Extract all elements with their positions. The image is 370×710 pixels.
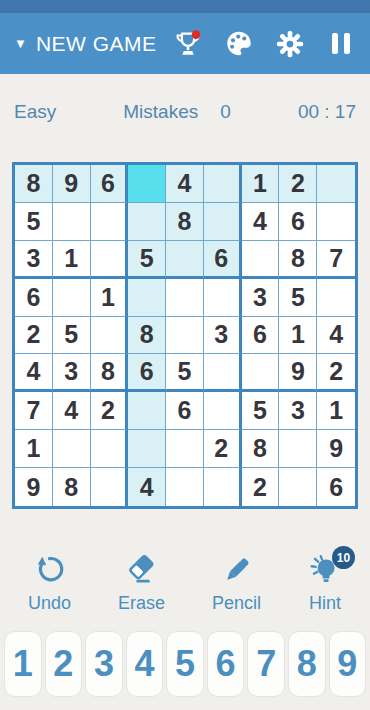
sudoku-cell-r3c3[interactable] bbox=[91, 241, 129, 279]
pencil-label: Pencil bbox=[212, 593, 261, 614]
sudoku-cell-r6c6[interactable] bbox=[204, 354, 242, 392]
mistakes-label: Mistakes bbox=[123, 101, 198, 123]
sudoku-cell-r9c2[interactable]: 8 bbox=[53, 468, 91, 506]
sudoku-cell-r2c7[interactable]: 4 bbox=[242, 203, 280, 241]
sudoku-cell-r3c4[interactable]: 5 bbox=[128, 241, 166, 279]
sudoku-cell-r4c2[interactable] bbox=[53, 279, 91, 317]
sudoku-cell-r5c7[interactable]: 6 bbox=[242, 317, 280, 355]
sudoku-cell-r7c8[interactable]: 3 bbox=[279, 392, 317, 430]
sudoku-cell-r9c4[interactable]: 4 bbox=[128, 468, 166, 506]
mistakes-value: 0 bbox=[220, 101, 231, 123]
sudoku-cell-r8c4[interactable] bbox=[128, 430, 166, 468]
sudoku-cell-r2c3[interactable] bbox=[91, 203, 129, 241]
sudoku-cell-r2c9[interactable] bbox=[317, 203, 355, 241]
sudoku-cell-r1c4[interactable] bbox=[128, 165, 166, 203]
palette-icon[interactable] bbox=[224, 29, 254, 59]
sudoku-cell-r6c3[interactable]: 8 bbox=[91, 354, 129, 392]
sudoku-cell-r5c9[interactable]: 4 bbox=[317, 317, 355, 355]
sudoku-cell-r4c5[interactable] bbox=[166, 279, 204, 317]
sudoku-cell-r1c5[interactable]: 4 bbox=[166, 165, 204, 203]
num-button-4[interactable]: 4 bbox=[126, 631, 164, 697]
sudoku-cell-r7c6[interactable] bbox=[204, 392, 242, 430]
sudoku-cell-r5c2[interactable]: 5 bbox=[53, 317, 91, 355]
sudoku-cell-r7c7[interactable]: 5 bbox=[242, 392, 280, 430]
sudoku-cell-r4c7[interactable]: 3 bbox=[242, 279, 280, 317]
sudoku-cell-r3c1[interactable]: 3 bbox=[15, 241, 53, 279]
status-bar bbox=[0, 0, 370, 13]
sudoku-cell-r8c8[interactable] bbox=[279, 430, 317, 468]
hint-count-badge: 10 bbox=[332, 546, 355, 569]
undo-button[interactable]: Undo bbox=[28, 553, 71, 614]
sudoku-cell-r6c5[interactable]: 5 bbox=[166, 354, 204, 392]
sudoku-cell-r2c1[interactable]: 5 bbox=[15, 203, 53, 241]
sudoku-cell-r4c1[interactable]: 6 bbox=[15, 279, 53, 317]
hint-button[interactable]: 10 Hint bbox=[308, 553, 342, 614]
num-button-1[interactable]: 1 bbox=[4, 631, 42, 697]
sudoku-board: 8964125846315687613525836144386592742653… bbox=[12, 162, 358, 509]
sudoku-cell-r2c6[interactable] bbox=[204, 203, 242, 241]
num-button-2[interactable]: 2 bbox=[45, 631, 83, 697]
sudoku-cell-r3c8[interactable]: 8 bbox=[279, 241, 317, 279]
num-button-5[interactable]: 5 bbox=[166, 631, 204, 697]
sudoku-cell-r4c6[interactable] bbox=[204, 279, 242, 317]
sudoku-cell-r7c3[interactable]: 2 bbox=[91, 392, 129, 430]
trophy-icon[interactable] bbox=[173, 29, 203, 59]
sudoku-cell-r7c4[interactable] bbox=[128, 392, 166, 430]
sudoku-cell-r4c8[interactable]: 5 bbox=[279, 279, 317, 317]
difficulty-label: Easy bbox=[14, 101, 56, 123]
sudoku-cell-r9c5[interactable] bbox=[166, 468, 204, 506]
sudoku-cell-r9c7[interactable]: 2 bbox=[242, 468, 280, 506]
hint-label: Hint bbox=[309, 593, 341, 614]
sudoku-cell-r7c9[interactable]: 1 bbox=[317, 392, 355, 430]
sudoku-cell-r1c8[interactable]: 2 bbox=[279, 165, 317, 203]
sudoku-cell-r6c4[interactable]: 6 bbox=[128, 354, 166, 392]
sudoku-cell-r4c9[interactable] bbox=[317, 279, 355, 317]
sudoku-cell-r1c9[interactable] bbox=[317, 165, 355, 203]
sudoku-cell-r1c7[interactable]: 1 bbox=[242, 165, 280, 203]
sudoku-cell-r6c7[interactable] bbox=[242, 354, 280, 392]
new-game-button[interactable]: ▼ NEW GAME bbox=[14, 32, 157, 56]
sudoku-cell-r2c2[interactable] bbox=[53, 203, 91, 241]
pause-icon[interactable] bbox=[326, 29, 356, 59]
num-button-3[interactable]: 3 bbox=[85, 631, 123, 697]
sudoku-cell-r4c3[interactable]: 1 bbox=[91, 279, 129, 317]
num-button-7[interactable]: 7 bbox=[247, 631, 285, 697]
timer: 00 : 17 bbox=[298, 101, 356, 123]
sudoku-cell-r3c5[interactable] bbox=[166, 241, 204, 279]
sudoku-cell-r3c7[interactable] bbox=[242, 241, 280, 279]
erase-label: Erase bbox=[118, 593, 165, 614]
sudoku-cell-r9c6[interactable] bbox=[204, 468, 242, 506]
sudoku-cell-r9c8[interactable] bbox=[279, 468, 317, 506]
sudoku-cell-r5c3[interactable] bbox=[91, 317, 129, 355]
erase-button[interactable]: Erase bbox=[118, 553, 165, 614]
sudoku-cell-r1c3[interactable]: 6 bbox=[91, 165, 129, 203]
dropdown-caret-icon: ▼ bbox=[14, 37, 27, 50]
sudoku-cell-r9c9[interactable]: 6 bbox=[317, 468, 355, 506]
number-pad: 123456789 bbox=[0, 631, 370, 697]
sudoku-cell-r8c9[interactable]: 9 bbox=[317, 430, 355, 468]
sudoku-cell-r5c5[interactable] bbox=[166, 317, 204, 355]
sudoku-cell-r6c9[interactable]: 2 bbox=[317, 354, 355, 392]
sudoku-cell-r8c6[interactable]: 2 bbox=[204, 430, 242, 468]
pencil-button[interactable]: Pencil bbox=[212, 553, 261, 614]
num-button-6[interactable]: 6 bbox=[207, 631, 245, 697]
sudoku-cell-r1c1[interactable]: 8 bbox=[15, 165, 53, 203]
game-info-row: Easy Mistakes 0 00 : 17 bbox=[0, 101, 370, 123]
sudoku-cell-r3c2[interactable]: 1 bbox=[53, 241, 91, 279]
num-button-8[interactable]: 8 bbox=[288, 631, 326, 697]
sudoku-cell-r5c6[interactable]: 3 bbox=[204, 317, 242, 355]
pencil-icon bbox=[220, 553, 254, 587]
sudoku-cell-r8c3[interactable] bbox=[91, 430, 129, 468]
undo-icon bbox=[33, 553, 67, 587]
eraser-icon bbox=[125, 553, 159, 587]
toolbar: Undo Erase Pencil bbox=[0, 553, 370, 614]
sudoku-cell-r6c1[interactable]: 4 bbox=[15, 354, 53, 392]
sudoku-cell-r5c1[interactable]: 2 bbox=[15, 317, 53, 355]
sudoku-cell-r1c6[interactable] bbox=[204, 165, 242, 203]
sudoku-cell-r8c7[interactable]: 8 bbox=[242, 430, 280, 468]
sudoku-cell-r2c8[interactable]: 6 bbox=[279, 203, 317, 241]
undo-label: Undo bbox=[28, 593, 71, 614]
sudoku-cell-r3c6[interactable]: 6 bbox=[204, 241, 242, 279]
sudoku-cell-r4c4[interactable] bbox=[128, 279, 166, 317]
num-button-9[interactable]: 9 bbox=[329, 631, 367, 697]
sudoku-cell-r2c4[interactable] bbox=[128, 203, 166, 241]
sudoku-cell-r8c5[interactable] bbox=[166, 430, 204, 468]
sudoku-cell-r6c2[interactable]: 3 bbox=[53, 354, 91, 392]
sudoku-cell-r6c8[interactable]: 9 bbox=[279, 354, 317, 392]
settings-gear-icon[interactable] bbox=[275, 29, 305, 59]
sudoku-cell-r5c8[interactable]: 1 bbox=[279, 317, 317, 355]
sudoku-cell-r5c4[interactable]: 8 bbox=[128, 317, 166, 355]
app-bar: ▼ NEW GAME bbox=[0, 13, 370, 74]
new-game-label: NEW GAME bbox=[36, 32, 157, 56]
sudoku-cell-r9c1[interactable]: 9 bbox=[15, 468, 53, 506]
sudoku-cell-r7c1[interactable]: 7 bbox=[15, 392, 53, 430]
sudoku-cell-r9c3[interactable] bbox=[91, 468, 129, 506]
sudoku-cell-r8c1[interactable]: 1 bbox=[15, 430, 53, 468]
sudoku-cell-r7c2[interactable]: 4 bbox=[53, 392, 91, 430]
sudoku-cell-r8c2[interactable] bbox=[53, 430, 91, 468]
sudoku-cell-r3c9[interactable]: 7 bbox=[317, 241, 355, 279]
sudoku-cell-r1c2[interactable]: 9 bbox=[53, 165, 91, 203]
sudoku-cell-r2c5[interactable]: 8 bbox=[166, 203, 204, 241]
sudoku-cell-r7c5[interactable]: 6 bbox=[166, 392, 204, 430]
